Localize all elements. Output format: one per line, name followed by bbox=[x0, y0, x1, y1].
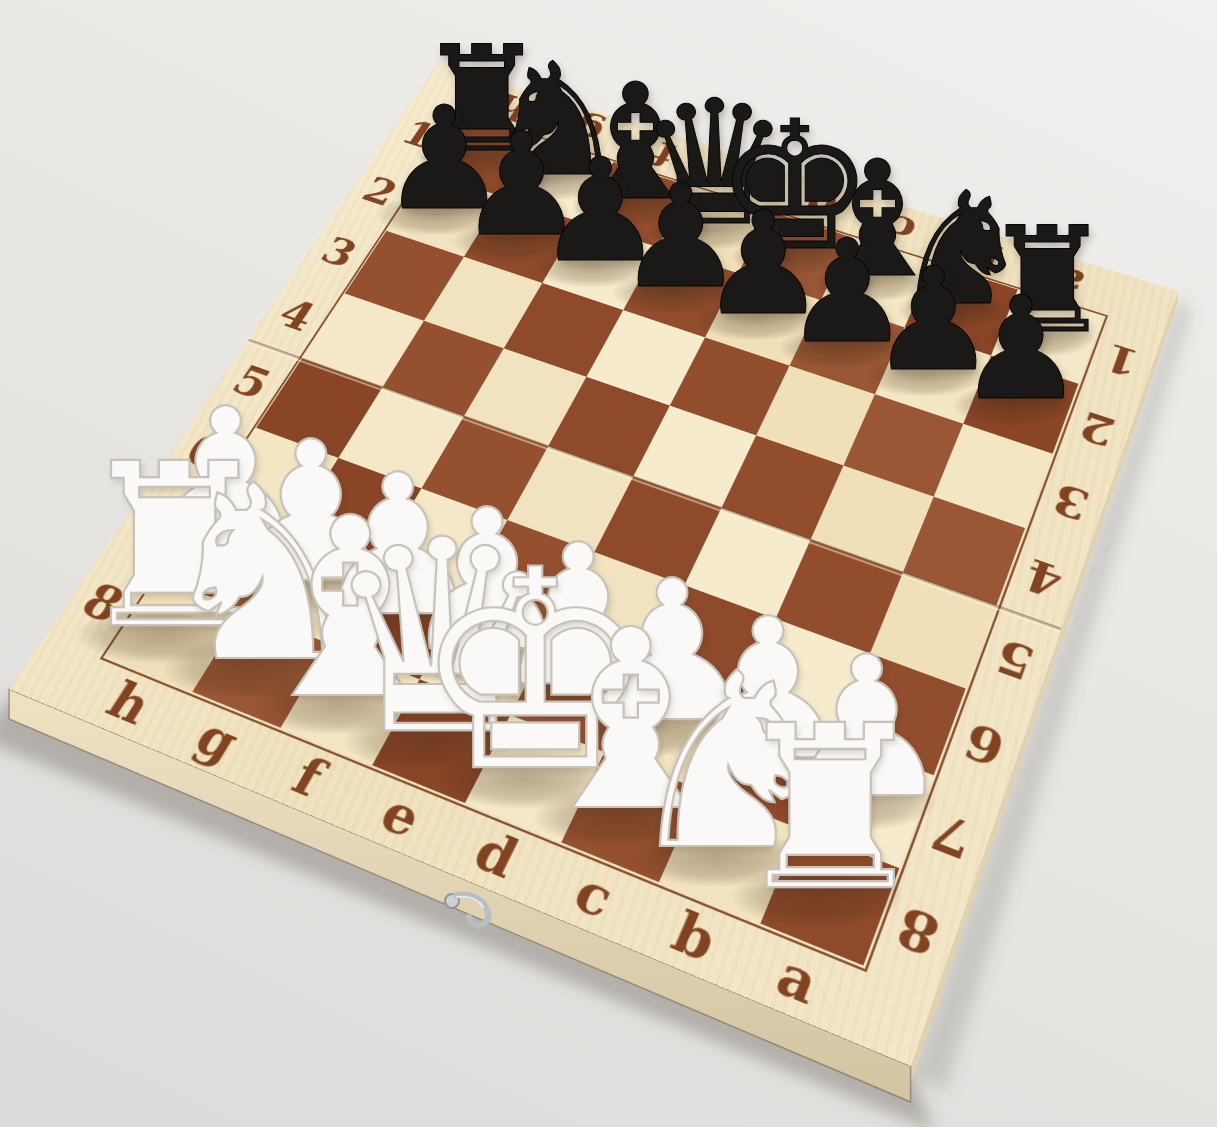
piece-black-pawn-a2[interactable]: ♟ bbox=[957, 278, 1085, 420]
piece-white-rook-a8[interactable]: ♜ bbox=[729, 696, 932, 922]
photo-scene: 1122334455667788hhggffeeddccbbaa ♜♞♝♚♛♝♞… bbox=[0, 0, 1217, 1127]
pieces-layer: ♜♞♝♚♛♝♞♜♟♟♟♟♟♟♟♟♟♟♟♟♟♟♟♟♜♞♝♚♛♝♞♜ bbox=[0, 0, 1217, 1127]
